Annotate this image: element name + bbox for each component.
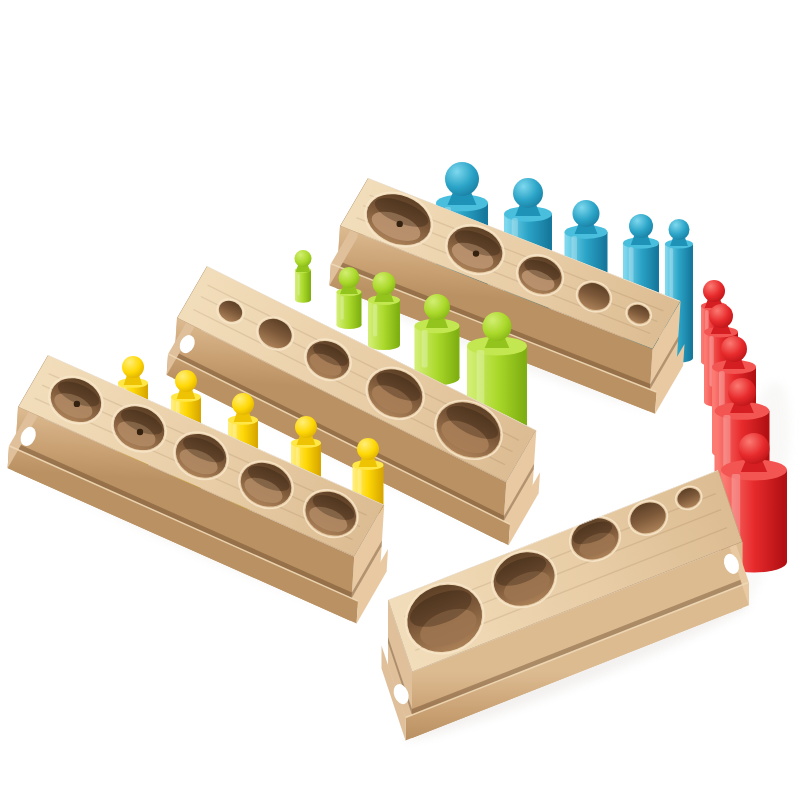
cylinder-knob	[232, 393, 254, 415]
cylinder-knob	[295, 250, 312, 267]
cylinder-knob	[703, 280, 725, 302]
cylinder-knob	[445, 162, 479, 196]
cylinder-knob	[709, 304, 733, 328]
green-cylinder-2	[337, 267, 362, 329]
cylinder-knob	[513, 178, 543, 208]
cylinder-knob	[357, 438, 379, 460]
green-cylinder-3	[368, 272, 400, 350]
cylinder-knob	[573, 200, 600, 227]
cylinder-highlight	[477, 350, 485, 409]
yellow-socket-block-hole-1-pin	[74, 401, 80, 407]
blue-socket-block-hole-1-pin	[397, 221, 403, 227]
cylinder-knob	[728, 378, 756, 406]
cylinder-knob	[483, 312, 512, 341]
cylinder-knob	[669, 219, 690, 240]
cylinder-bottom	[337, 321, 362, 329]
cylinder-knob	[424, 294, 450, 320]
blue-socket-block-hole-2-pin	[473, 250, 479, 256]
cylinder-highlight	[422, 330, 428, 367]
cylinder-highlight	[341, 296, 344, 320]
cylinder-knob	[175, 370, 197, 392]
cylinder-knob	[629, 214, 653, 238]
montessori-cylinder-blocks-photo	[0, 0, 800, 800]
cylinder-knob	[721, 336, 747, 362]
cylinder-bottom	[295, 297, 311, 303]
empty-socket-block	[382, 470, 749, 741]
cylinder-knob	[122, 356, 144, 378]
cylinder-knob	[339, 267, 360, 288]
product-photo	[0, 0, 800, 800]
cylinder-knob	[739, 433, 770, 464]
cylinder-highlight	[298, 274, 300, 296]
green-cylinder-1	[295, 250, 312, 303]
cylinder-knob	[295, 416, 317, 438]
cylinder-highlight	[373, 304, 377, 336]
cylinder-knob	[373, 272, 396, 295]
cylinder-bottom	[368, 340, 400, 350]
yellow-socket-block-hole-2-pin	[137, 429, 143, 435]
